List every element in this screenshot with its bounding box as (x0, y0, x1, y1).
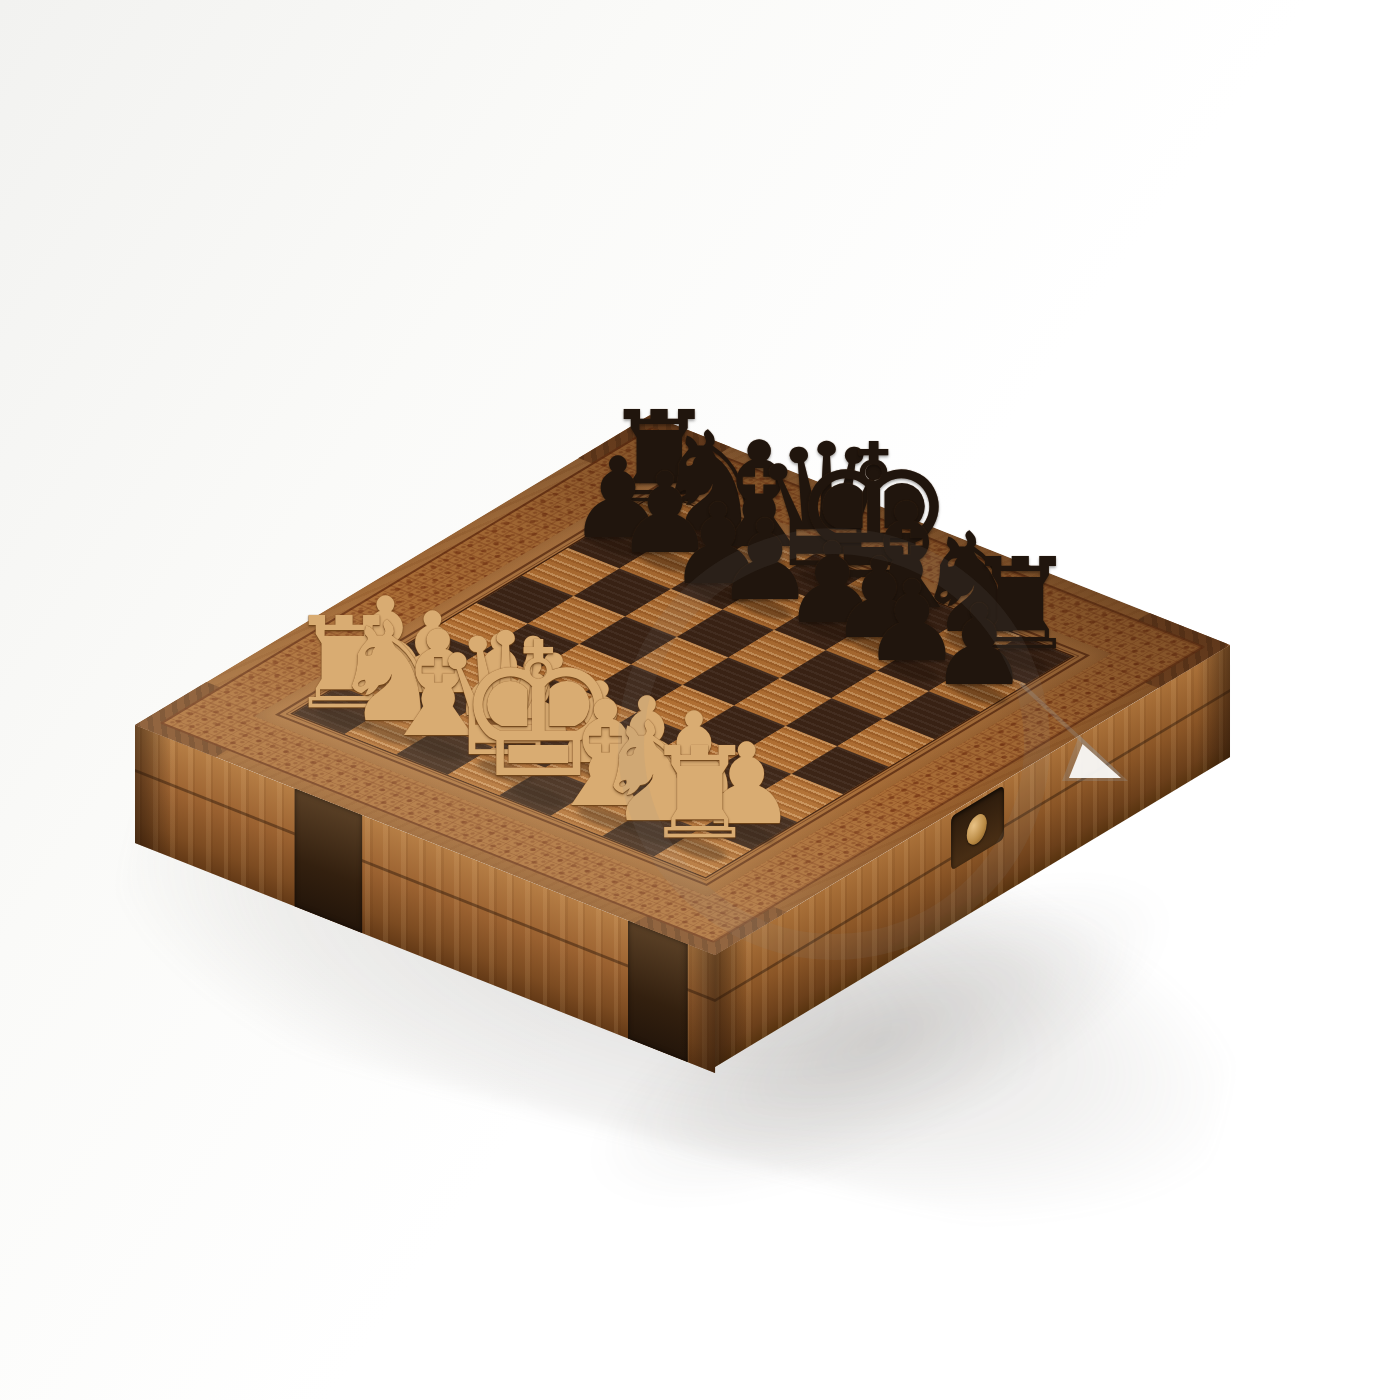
corner-shading (1197, 645, 1230, 777)
clasp-knob (967, 809, 987, 849)
corner-shading (135, 725, 172, 858)
product-photo: ♜♞♝♛♚♝♞♜♟♟♟♟♟♟♟♟♟♟♟♟♟♟♟♟♜♞♝♛♚♝♞♜ (0, 0, 1400, 1400)
corner-shading (678, 940, 715, 1073)
corner-shading (715, 935, 748, 1067)
